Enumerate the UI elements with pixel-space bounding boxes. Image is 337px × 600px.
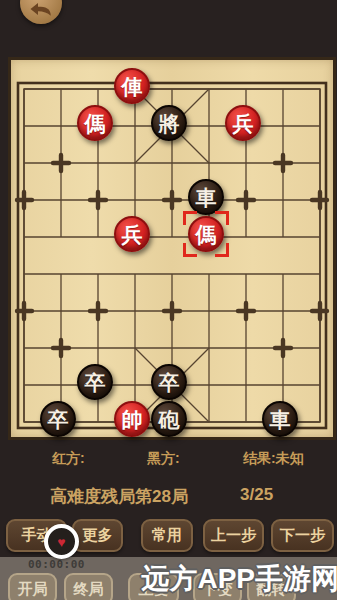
piece-red-horse[interactable]: 傌 bbox=[77, 105, 113, 141]
common-button[interactable]: 常用 bbox=[141, 519, 193, 552]
piece-black-soldier[interactable]: 卒 bbox=[77, 364, 113, 400]
endgame-button[interactable]: 终局 bbox=[64, 573, 113, 600]
piece-red-general[interactable]: 帥 bbox=[114, 401, 150, 437]
touch-indicator: ♥ bbox=[44, 524, 79, 559]
progress-counter: 3/25 bbox=[240, 485, 273, 505]
piece-black-cannon[interactable]: 砲 bbox=[151, 401, 187, 437]
piece-black-soldier[interactable]: 卒 bbox=[151, 364, 187, 400]
result-label: 结果:未知 bbox=[243, 450, 304, 468]
piece-red-horse[interactable]: 傌 bbox=[188, 216, 224, 252]
prev-step-button[interactable]: 上一步 bbox=[203, 519, 264, 552]
level-title: 高难度残局第28局 bbox=[50, 485, 188, 508]
piece-red-soldier[interactable]: 兵 bbox=[225, 105, 261, 141]
timer-display: 00:00:00 bbox=[28, 558, 85, 571]
watermark-text: 远方APP手游网 bbox=[141, 560, 337, 598]
next-step-button[interactable]: 下一步 bbox=[271, 519, 334, 552]
heart-icon: ♥ bbox=[57, 535, 65, 549]
back-button[interactable] bbox=[20, 0, 62, 24]
red-side-label: 红方: bbox=[52, 450, 85, 468]
black-side-label: 黑方: bbox=[147, 450, 180, 468]
piece-red-chariot[interactable]: 俥 bbox=[114, 68, 150, 104]
piece-red-soldier[interactable]: 兵 bbox=[114, 216, 150, 252]
piece-black-soldier[interactable]: 卒 bbox=[40, 401, 76, 437]
piece-black-chariot[interactable]: 車 bbox=[188, 179, 224, 215]
app-window: 红方: 黑方: 结果:未知 高难度残局第28局 3/25 手动 更多 常用 上一… bbox=[0, 0, 337, 600]
back-arrow-icon bbox=[29, 0, 53, 18]
piece-black-chariot[interactable]: 車 bbox=[262, 401, 298, 437]
piece-black-general[interactable]: 將 bbox=[151, 105, 187, 141]
more-button[interactable]: 更多 bbox=[72, 519, 123, 552]
opening-button[interactable]: 开局 bbox=[8, 573, 57, 600]
